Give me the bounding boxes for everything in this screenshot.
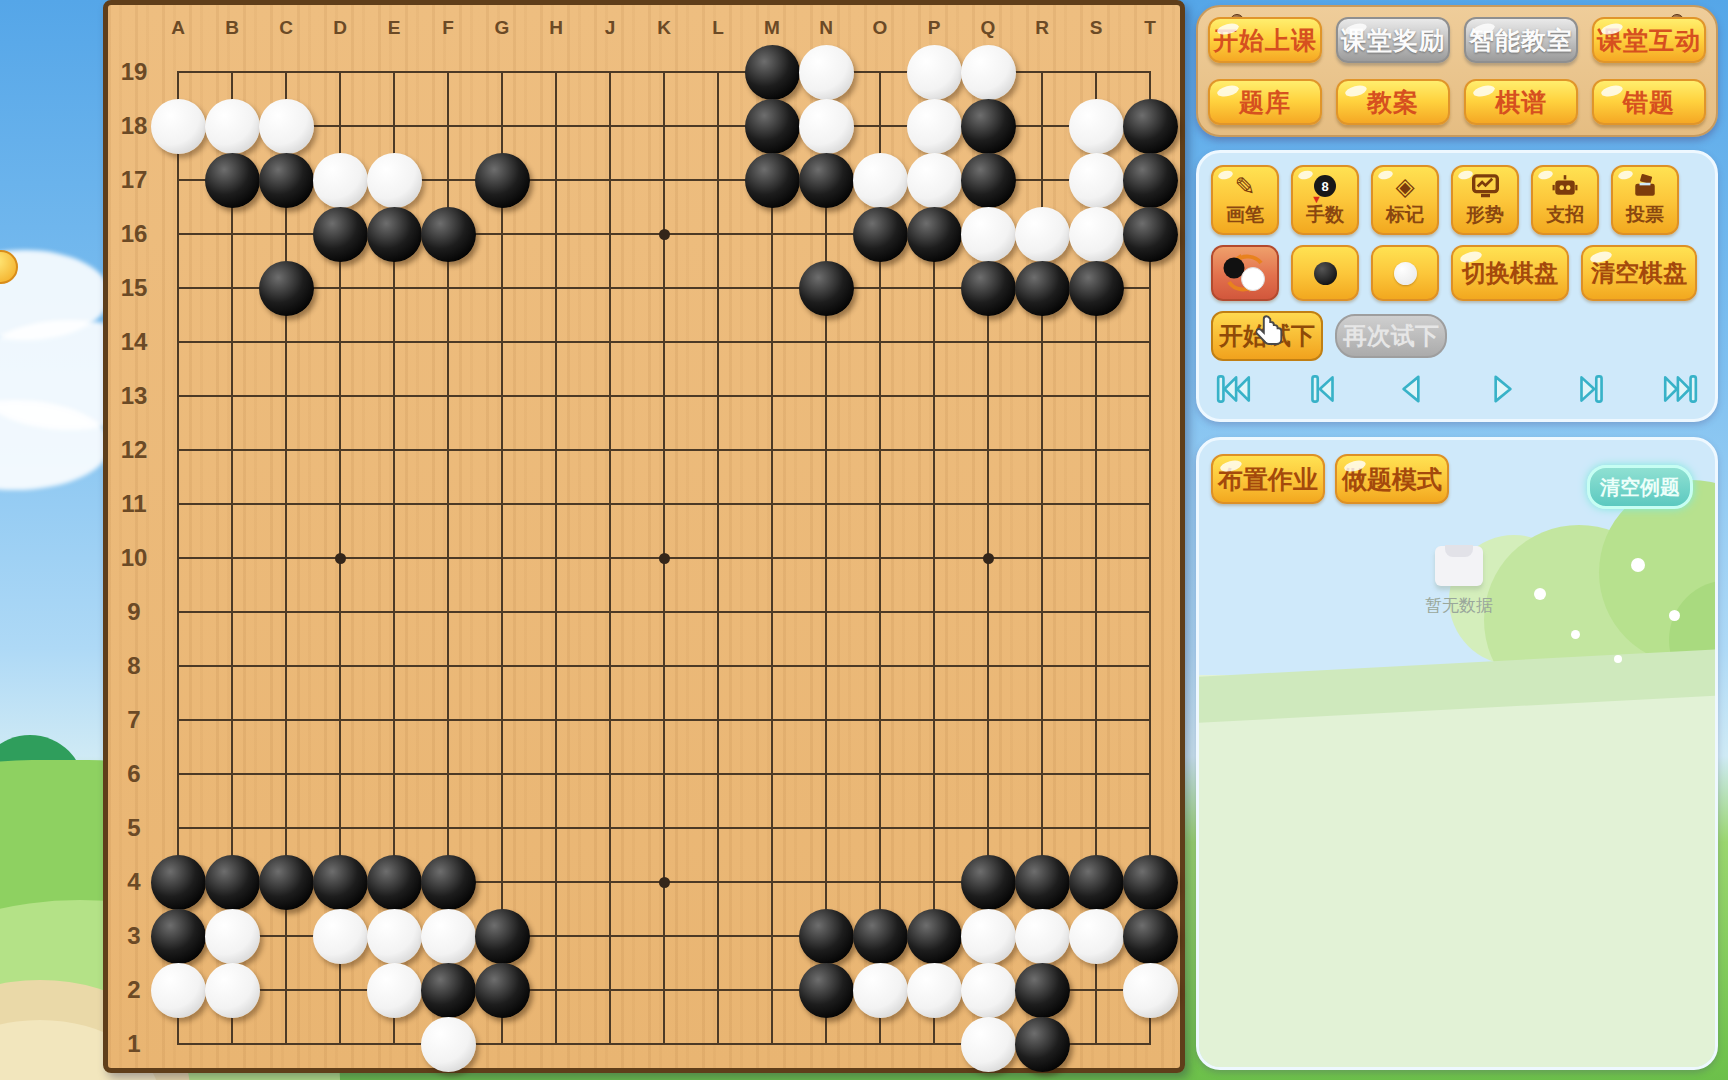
step-back-icon[interactable] [1393, 373, 1431, 405]
stone-white [907, 153, 962, 208]
stone-black [853, 909, 908, 964]
clear-examples-button[interactable]: 清空例题 [1587, 465, 1693, 509]
column-label: P [919, 17, 949, 39]
stone-black [1015, 261, 1070, 316]
stone-white [1015, 909, 1070, 964]
bush-dot [1614, 655, 1622, 663]
row-label: 11 [114, 490, 154, 518]
stone-black [799, 963, 854, 1018]
stone-white [1069, 207, 1124, 262]
stone-white [421, 909, 476, 964]
start-class-button[interactable]: 开始上课 [1208, 17, 1322, 63]
stone-black [1015, 1017, 1070, 1072]
row-label: 7 [114, 706, 154, 734]
grid-line [177, 827, 1151, 829]
stone-black [1015, 963, 1070, 1018]
pencil-icon: ✎ [1235, 172, 1256, 200]
row-label: 13 [114, 382, 154, 410]
stone-white [205, 963, 260, 1018]
grid-line [177, 773, 1151, 775]
stone-black [961, 855, 1016, 910]
stone-black [421, 207, 476, 262]
stone-white [259, 99, 314, 154]
stone-white [907, 99, 962, 154]
stone-black [853, 207, 908, 262]
stone-black [961, 261, 1016, 316]
column-label: M [757, 17, 787, 39]
bush-dot [1631, 558, 1645, 572]
stone-black [907, 909, 962, 964]
bush-dot [1571, 630, 1580, 639]
stone-white [1069, 153, 1124, 208]
marker-icon: ◈ [1395, 172, 1414, 200]
column-label: N [811, 17, 841, 39]
row-label: 2 [114, 976, 154, 1004]
stone-black [799, 153, 854, 208]
column-label: J [595, 17, 625, 39]
question-bank-button[interactable]: 题库 [1208, 79, 1322, 125]
row-label: 4 [114, 868, 154, 896]
swap-colors-icon [1217, 252, 1273, 294]
row-label: 5 [114, 814, 154, 842]
row-label: 12 [114, 436, 154, 464]
stone-black [151, 855, 206, 910]
stone-black [367, 855, 422, 910]
stone-black [799, 909, 854, 964]
stone-white [1069, 99, 1124, 154]
grid-line [717, 71, 719, 1045]
stone-white [961, 963, 1016, 1018]
stone-white [1015, 207, 1070, 262]
next-move-icon[interactable] [1572, 373, 1610, 405]
stone-black [151, 909, 206, 964]
bush-dot [1534, 588, 1546, 600]
column-label: E [379, 17, 409, 39]
stone-black [1123, 855, 1178, 910]
assign-homework-button[interactable]: 布置作业 [1211, 454, 1325, 504]
territory-tool-button[interactable]: 形势 [1451, 165, 1519, 235]
class-interact-button[interactable]: 课堂互动 [1592, 17, 1706, 63]
grid-line [177, 611, 1151, 613]
stone-white [313, 909, 368, 964]
app-window: A19B18C17D16E15F14G13H12J11K10L9M8N7O6P5… [0, 0, 1728, 1080]
black-stone-icon [1314, 262, 1337, 285]
stone-white [151, 963, 206, 1018]
vote-ballot-icon [1632, 172, 1658, 200]
hint-robot-icon [1552, 172, 1578, 200]
row-label: 10 [114, 544, 154, 572]
star-point [659, 553, 670, 564]
hint-tool-button[interactable]: 支招 [1531, 165, 1599, 235]
grid-line [771, 71, 773, 1045]
stone-black [745, 45, 800, 100]
empty-state-icon [1435, 546, 1483, 586]
column-label: F [433, 17, 463, 39]
star-point [335, 553, 346, 564]
skip-to-start-icon[interactable] [1215, 373, 1253, 405]
stone-white [961, 909, 1016, 964]
stone-white [961, 207, 1016, 262]
star-point [659, 877, 670, 888]
stone-white [313, 153, 368, 208]
stone-white [1123, 963, 1178, 1018]
column-label: R [1027, 17, 1057, 39]
stone-black [1069, 855, 1124, 910]
row-label: 19 [114, 58, 154, 86]
column-label: B [217, 17, 247, 39]
stone-black [1123, 153, 1178, 208]
column-label: G [487, 17, 517, 39]
stone-black [259, 153, 314, 208]
bush-dot [1669, 610, 1680, 621]
column-label: D [325, 17, 355, 39]
star-point [659, 229, 670, 240]
stone-white [961, 45, 1016, 100]
column-label: O [865, 17, 895, 39]
row-label: 16 [114, 220, 154, 248]
previous-move-icon[interactable] [1304, 373, 1342, 405]
row-label: 14 [114, 328, 154, 356]
column-label: A [163, 17, 193, 39]
stone-black [205, 855, 260, 910]
stone-black [205, 153, 260, 208]
stone-white [151, 99, 206, 154]
stone-black [961, 153, 1016, 208]
column-label: L [703, 17, 733, 39]
board-grid[interactable]: A19B18C17D16E15F14G13H12J11K10L9M8N7O6P5… [108, 5, 1180, 1068]
board-tools-panel: ✎ 画笔 8▼ 手数 ◈ 标记 [1196, 150, 1718, 422]
row-label: 17 [114, 166, 154, 194]
go-board[interactable]: A19B18C17D16E15F14G13H12J11K10L9M8N7O6P5… [103, 0, 1185, 1073]
row-label: 6 [114, 760, 154, 788]
stone-white [367, 153, 422, 208]
row-label: 15 [114, 274, 154, 302]
column-label: T [1135, 17, 1165, 39]
grid-line [177, 719, 1151, 721]
column-label: Q [973, 17, 1003, 39]
place-white-stone-button[interactable] [1371, 245, 1439, 301]
clear-board-button[interactable]: 清空棋盘 [1581, 245, 1697, 301]
stone-black [745, 153, 800, 208]
stone-white [1069, 909, 1124, 964]
stone-white [367, 909, 422, 964]
stone-white [367, 963, 422, 1018]
move-number-icon: 8▼ [1314, 172, 1336, 200]
stone-black [259, 261, 314, 316]
stone-white [853, 963, 908, 1018]
stone-black [421, 963, 476, 1018]
stone-black [313, 855, 368, 910]
marker-tool-button[interactable]: ◈ 标记 [1371, 165, 1439, 235]
stone-white [421, 1017, 476, 1072]
stone-white [907, 963, 962, 1018]
stone-black [367, 207, 422, 262]
column-label: K [649, 17, 679, 39]
stone-black [421, 855, 476, 910]
pencil-tool-button[interactable]: ✎ 画笔 [1211, 165, 1279, 235]
stone-white [205, 909, 260, 964]
vote-tool-button[interactable]: 投票 [1611, 165, 1679, 235]
class-menu-panel: 开始上课 课堂奖励 智能教室 课堂互动 题库 教案 棋谱 错题 [1196, 5, 1718, 137]
lesson-plan-button[interactable]: 教案 [1336, 79, 1450, 125]
skip-to-end-icon[interactable] [1661, 373, 1699, 405]
stone-black [475, 963, 530, 1018]
stone-black [1123, 909, 1178, 964]
star-point [983, 553, 994, 564]
game-record-button[interactable]: 棋谱 [1464, 79, 1578, 125]
step-forward-icon[interactable] [1483, 373, 1521, 405]
stone-black [1123, 207, 1178, 262]
stone-black [907, 207, 962, 262]
grid-line [825, 71, 827, 1045]
column-label: C [271, 17, 301, 39]
stone-white [907, 45, 962, 100]
smart-classroom-button[interactable]: 智能教室 [1464, 17, 1578, 63]
stone-black [961, 99, 1016, 154]
column-label: H [541, 17, 571, 39]
wrong-question-button[interactable]: 错题 [1592, 79, 1706, 125]
stone-black [799, 261, 854, 316]
territory-chart-icon [1472, 172, 1499, 200]
empty-state-text: 暂无数据 [1399, 594, 1519, 617]
place-black-stone-button[interactable] [1291, 245, 1359, 301]
ground [1196, 675, 1718, 1070]
stone-white [205, 99, 260, 154]
stone-black [475, 909, 530, 964]
switch-board-button[interactable]: 切换棋盘 [1451, 245, 1569, 301]
stone-white [799, 45, 854, 100]
stone-black [475, 153, 530, 208]
row-label: 3 [114, 922, 154, 950]
class-reward-button[interactable]: 课堂奖励 [1336, 17, 1450, 63]
stone-white [799, 99, 854, 154]
stone-black [313, 207, 368, 262]
swap-colors-button[interactable] [1211, 245, 1279, 301]
row-label: 18 [114, 112, 154, 140]
stone-black [259, 855, 314, 910]
white-stone-icon [1394, 262, 1417, 285]
stone-black [1123, 99, 1178, 154]
column-label: S [1081, 17, 1111, 39]
grid-line [177, 665, 1151, 667]
move-number-tool-button[interactable]: 8▼ 手数 [1291, 165, 1359, 235]
row-label: 9 [114, 598, 154, 626]
stone-black [745, 99, 800, 154]
practice-mode-button[interactable]: 做题模式 [1335, 454, 1449, 504]
retry-trial-button[interactable]: 再次试下 [1335, 314, 1447, 358]
start-trial-button[interactable]: 开始试下 [1211, 311, 1323, 361]
row-label: 1 [114, 1030, 154, 1058]
homework-panel: 布置作业 做题模式 清空例题 暂无数据 [1196, 437, 1718, 1070]
row-label: 8 [114, 652, 154, 680]
stone-white [961, 1017, 1016, 1072]
stone-black [1015, 855, 1070, 910]
stone-black [1069, 261, 1124, 316]
stone-white [853, 153, 908, 208]
